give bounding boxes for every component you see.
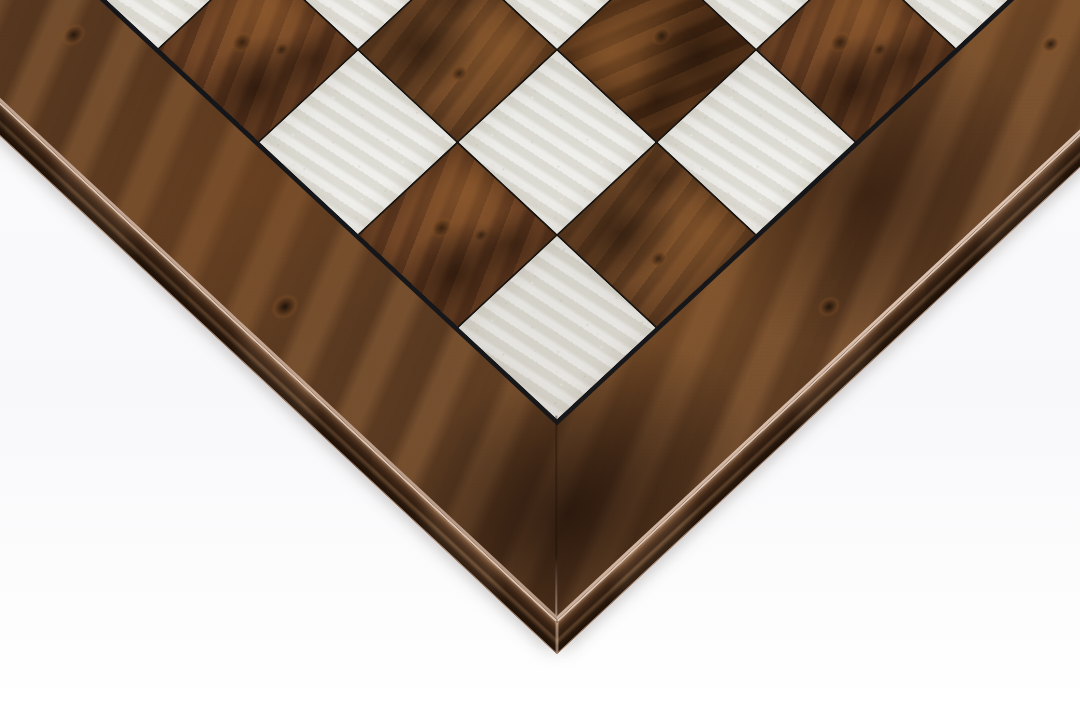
frame-miter-seam [555, 416, 557, 616]
photo-background [0, 0, 1080, 720]
playing-field [0, 0, 1080, 419]
